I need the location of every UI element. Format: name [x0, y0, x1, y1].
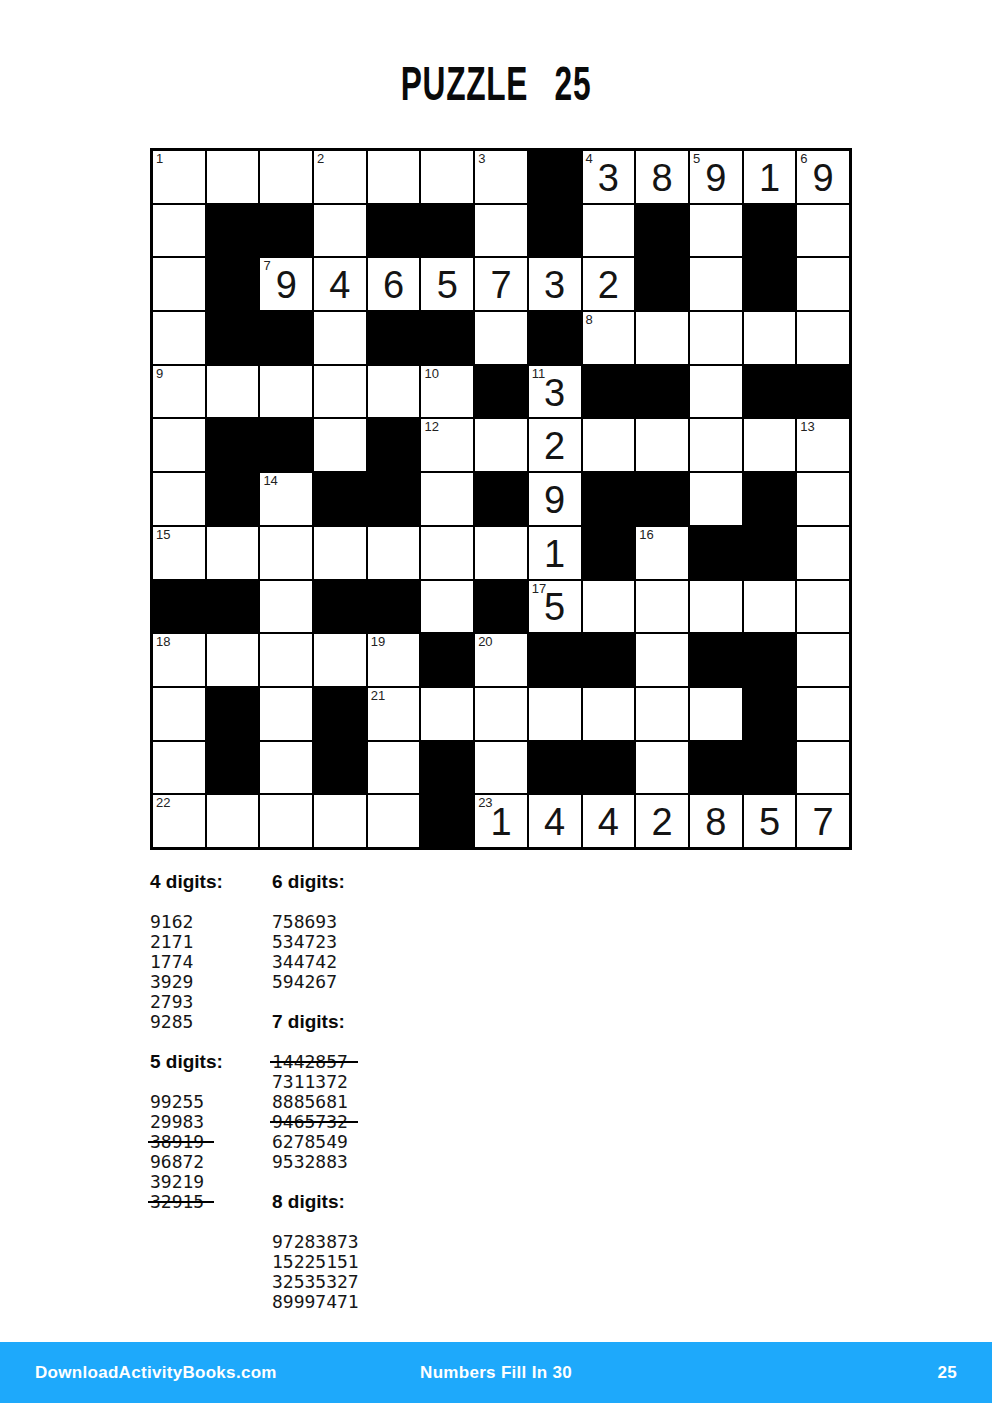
- cell-r13c12[interactable]: 5: [744, 795, 796, 847]
- cell-r9c8[interactable]: 175: [529, 581, 581, 633]
- cell-r12c6: [421, 742, 473, 794]
- clue-number: 17: [532, 582, 546, 596]
- cell-r7c3[interactable]: 14: [260, 473, 312, 525]
- clue-number: 22: [156, 796, 170, 810]
- cell-r8c10[interactable]: 16: [636, 527, 688, 579]
- cell-r11c1[interactable]: [153, 688, 205, 740]
- clue-number: 23: [478, 796, 492, 810]
- cell-r6c13[interactable]: 13: [797, 419, 849, 471]
- cell-r7c10: [636, 473, 688, 525]
- cell-r12c10[interactable]: [636, 742, 688, 794]
- cell-r10c11: [690, 634, 742, 686]
- list-number: 96872: [150, 1152, 204, 1172]
- cell-r3c10: [636, 258, 688, 310]
- cell-r10c4[interactable]: [314, 634, 366, 686]
- clue-number: 12: [424, 420, 438, 434]
- clue-number: 2: [317, 152, 324, 166]
- cell-r5c4[interactable]: [314, 366, 366, 418]
- cell-r10c8: [529, 634, 581, 686]
- list-number: 7311372: [272, 1072, 348, 1092]
- cell-r7c11[interactable]: [690, 473, 742, 525]
- cell-r1c12[interactable]: 1: [744, 151, 796, 203]
- cell-r11c7[interactable]: [475, 688, 527, 740]
- list-number-struck: 38919: [150, 1132, 204, 1152]
- list-heading: 5 digits:: [150, 1052, 265, 1072]
- cell-r3c6[interactable]: 5: [421, 258, 473, 310]
- clue-number: 10: [424, 367, 438, 381]
- digit-lists-right-column: 6 digits:7586935347233447425942677 digit…: [272, 872, 422, 1332]
- cell-r12c7[interactable]: [475, 742, 527, 794]
- cell-r4c5: [368, 312, 420, 364]
- cell-r5c11[interactable]: [690, 366, 742, 418]
- cell-r13c4[interactable]: [314, 795, 366, 847]
- cell-r13c6: [421, 795, 473, 847]
- cell-digit: 6: [368, 258, 420, 310]
- clue-number: 1: [156, 152, 163, 166]
- cell-r3c11[interactable]: [690, 258, 742, 310]
- cell-r8c8[interactable]: 1: [529, 527, 581, 579]
- cell-r10c12: [744, 634, 796, 686]
- cell-r12c11: [690, 742, 742, 794]
- cell-digit: 2: [583, 258, 635, 310]
- cell-r13c13[interactable]: 7: [797, 795, 849, 847]
- footer-bar: DownloadActivityBooks.com Numbers Fill I…: [0, 1342, 992, 1403]
- list-number-struck: 32915: [150, 1192, 204, 1212]
- clue-number: 9: [156, 367, 163, 381]
- cell-r5c2[interactable]: [207, 366, 259, 418]
- list-number: 2171: [150, 932, 193, 952]
- cell-r12c1[interactable]: [153, 742, 205, 794]
- cell-r10c5[interactable]: 19: [368, 634, 420, 686]
- cell-r1c10[interactable]: 8: [636, 151, 688, 203]
- cell-r2c2: [207, 205, 259, 257]
- cell-r11c6[interactable]: [421, 688, 473, 740]
- list-heading: 4 digits:: [150, 872, 265, 892]
- cell-r6c12[interactable]: [744, 419, 796, 471]
- cell-r5c7: [475, 366, 527, 418]
- list-number: 29983: [150, 1112, 204, 1132]
- cell-r6c6[interactable]: 12: [421, 419, 473, 471]
- cell-r4c2: [207, 312, 259, 364]
- cell-r7c2: [207, 473, 259, 525]
- clue-number: 21: [371, 689, 385, 703]
- digit-list: 5 digits:992552998338919968723921932915: [150, 1052, 265, 1212]
- list-number: 534723: [272, 932, 337, 952]
- cell-r9c11[interactable]: [690, 581, 742, 633]
- cell-digit: 1: [744, 151, 796, 203]
- cell-r8c4[interactable]: [314, 527, 366, 579]
- list-number: 89997471: [272, 1292, 359, 1312]
- cell-r6c10[interactable]: [636, 419, 688, 471]
- cell-r9c7: [475, 581, 527, 633]
- cell-r9c10[interactable]: [636, 581, 688, 633]
- cell-r6c4[interactable]: [314, 419, 366, 471]
- cell-r11c2: [207, 688, 259, 740]
- cell-r11c12: [744, 688, 796, 740]
- cell-r3c5[interactable]: 6: [368, 258, 420, 310]
- list-number: 99255: [150, 1092, 204, 1112]
- clue-number: 11: [532, 367, 546, 381]
- list-heading: 8 digits:: [272, 1192, 422, 1212]
- cell-r2c11[interactable]: [690, 205, 742, 257]
- cell-r13c2[interactable]: [207, 795, 259, 847]
- list-number: 6278549: [272, 1132, 348, 1152]
- cell-r2c4[interactable]: [314, 205, 366, 257]
- cell-r11c9[interactable]: [583, 688, 635, 740]
- cell-r3c8[interactable]: 3: [529, 258, 581, 310]
- cell-r5c1[interactable]: 9: [153, 366, 205, 418]
- cell-r7c13[interactable]: [797, 473, 849, 525]
- clue-number: 14: [263, 474, 277, 488]
- list-number: 594267: [272, 972, 337, 992]
- cell-r1c2[interactable]: [207, 151, 259, 203]
- cell-r2c9[interactable]: [583, 205, 635, 257]
- cell-r12c13[interactable]: [797, 742, 849, 794]
- cell-r13c5[interactable]: [368, 795, 420, 847]
- cell-r13c7[interactable]: 231: [475, 795, 527, 847]
- cell-r2c5: [368, 205, 420, 257]
- cell-r7c4: [314, 473, 366, 525]
- cell-r7c9: [583, 473, 635, 525]
- cell-r13c11[interactable]: 8: [690, 795, 742, 847]
- cell-r4c1[interactable]: [153, 312, 205, 364]
- cell-r3c9[interactable]: 2: [583, 258, 635, 310]
- cell-r9c9[interactable]: [583, 581, 635, 633]
- cell-r9c3[interactable]: [260, 581, 312, 633]
- cell-r1c4[interactable]: 2: [314, 151, 366, 203]
- clue-number: 6: [800, 152, 807, 166]
- cell-r5c12: [744, 366, 796, 418]
- cell-r7c7: [475, 473, 527, 525]
- cell-digit: 4: [529, 795, 581, 847]
- cell-r12c2: [207, 742, 259, 794]
- cell-r9c6[interactable]: [421, 581, 473, 633]
- cell-r7c5: [368, 473, 420, 525]
- cell-r13c1[interactable]: 22: [153, 795, 205, 847]
- cell-r5c13: [797, 366, 849, 418]
- cell-r1c5[interactable]: [368, 151, 420, 203]
- digit-lists-left-column: 4 digits:9162217117743929279392855 digit…: [150, 872, 265, 1232]
- cell-r10c2[interactable]: [207, 634, 259, 686]
- list-number: 9285: [150, 1012, 193, 1032]
- cell-r2c7[interactable]: [475, 205, 527, 257]
- cell-r3c1[interactable]: [153, 258, 205, 310]
- digit-list: 7 digits:1442857731137288856819465732627…: [272, 1012, 422, 1172]
- clue-number: 13: [800, 420, 814, 434]
- cell-r8c3[interactable]: [260, 527, 312, 579]
- cell-r4c13[interactable]: [797, 312, 849, 364]
- cell-r3c7[interactable]: 7: [475, 258, 527, 310]
- cell-r1c6[interactable]: [421, 151, 473, 203]
- cell-r9c12[interactable]: [744, 581, 796, 633]
- cell-r8c2[interactable]: [207, 527, 259, 579]
- cell-r9c4: [314, 581, 366, 633]
- clue-number: 19: [371, 635, 385, 649]
- cell-digit: 5: [744, 795, 796, 847]
- cell-digit: 4: [583, 795, 635, 847]
- clue-number: 3: [478, 152, 485, 166]
- cell-r6c1[interactable]: [153, 419, 205, 471]
- list-number: 15225151: [272, 1252, 359, 1272]
- cell-r9c5: [368, 581, 420, 633]
- list-number: 8885681: [272, 1092, 348, 1112]
- clue-number: 18: [156, 635, 170, 649]
- cell-r12c3[interactable]: [260, 742, 312, 794]
- cell-r3c3[interactable]: 79: [260, 258, 312, 310]
- cell-digit: 5: [421, 258, 473, 310]
- digit-list: 4 digits:916221711774392927939285: [150, 872, 265, 1032]
- cell-r4c7[interactable]: [475, 312, 527, 364]
- cell-r1c11[interactable]: 59: [690, 151, 742, 203]
- cell-r4c10[interactable]: [636, 312, 688, 364]
- cell-r10c1[interactable]: 18: [153, 634, 205, 686]
- cell-r1c3[interactable]: [260, 151, 312, 203]
- cell-r11c4: [314, 688, 366, 740]
- cell-r2c1[interactable]: [153, 205, 205, 257]
- list-number-struck: 9465732: [272, 1112, 348, 1132]
- cell-r4c6: [421, 312, 473, 364]
- list-number-struck: 1442857: [272, 1052, 348, 1072]
- cell-r5c9: [583, 366, 635, 418]
- cell-r1c7[interactable]: 3: [475, 151, 527, 203]
- list-number: 2793: [150, 992, 193, 1012]
- cell-r2c10: [636, 205, 688, 257]
- footer-book-title: Numbers Fill In 30: [0, 1363, 992, 1383]
- cell-digit: 7: [475, 258, 527, 310]
- cell-r12c9: [583, 742, 635, 794]
- cell-r7c12: [744, 473, 796, 525]
- cell-r2c6: [421, 205, 473, 257]
- cell-r5c6[interactable]: 10: [421, 366, 473, 418]
- cell-r6c5: [368, 419, 420, 471]
- cell-r10c7[interactable]: 20: [475, 634, 527, 686]
- cell-r5c3[interactable]: [260, 366, 312, 418]
- clue-number: 20: [478, 635, 492, 649]
- cell-r13c10[interactable]: 2: [636, 795, 688, 847]
- digit-list: 8 digits:9728387315225151325353278999747…: [272, 1192, 422, 1312]
- cell-r10c3[interactable]: [260, 634, 312, 686]
- list-number: 9162: [150, 912, 193, 932]
- cell-r12c5[interactable]: [368, 742, 420, 794]
- cell-r6c9[interactable]: [583, 419, 635, 471]
- cell-r1c9[interactable]: 43: [583, 151, 635, 203]
- cell-r6c7[interactable]: [475, 419, 527, 471]
- cell-r7c1[interactable]: [153, 473, 205, 525]
- cell-r5c5[interactable]: [368, 366, 420, 418]
- cell-r10c13[interactable]: [797, 634, 849, 686]
- cell-r13c8[interactable]: 4: [529, 795, 581, 847]
- cell-r6c8[interactable]: 2: [529, 419, 581, 471]
- cell-r9c2: [207, 581, 259, 633]
- cell-r8c13[interactable]: [797, 527, 849, 579]
- list-heading: 7 digits:: [272, 1012, 422, 1032]
- cell-r4c9[interactable]: 8: [583, 312, 635, 364]
- cell-r11c10[interactable]: [636, 688, 688, 740]
- cell-r12c12: [744, 742, 796, 794]
- page-title: PUZZLE 25: [169, 56, 824, 111]
- cell-r3c2: [207, 258, 259, 310]
- cell-r12c4: [314, 742, 366, 794]
- cell-r4c8: [529, 312, 581, 364]
- cell-r8c12: [744, 527, 796, 579]
- cell-r10c6: [421, 634, 473, 686]
- cell-r8c7[interactable]: [475, 527, 527, 579]
- cell-r6c3: [260, 419, 312, 471]
- cell-r10c10[interactable]: [636, 634, 688, 686]
- clue-number: 16: [639, 528, 653, 542]
- cell-digit: 7: [797, 795, 849, 847]
- cell-r3c13[interactable]: [797, 258, 849, 310]
- cell-r11c8[interactable]: [529, 688, 581, 740]
- cell-r8c1[interactable]: 15: [153, 527, 205, 579]
- cell-r8c5[interactable]: [368, 527, 420, 579]
- digit-list: 6 digits:758693534723344742594267: [272, 872, 422, 992]
- cell-r10c9: [583, 634, 635, 686]
- cell-digit: 2: [529, 419, 581, 471]
- footer-page-number: 25: [937, 1363, 957, 1383]
- cell-r2c12: [744, 205, 796, 257]
- cell-digit: 8: [636, 151, 688, 203]
- cell-r7c8[interactable]: 9: [529, 473, 581, 525]
- cell-r4c12[interactable]: [744, 312, 796, 364]
- cell-r13c9[interactable]: 4: [583, 795, 635, 847]
- cell-r8c11: [690, 527, 742, 579]
- cell-r6c2: [207, 419, 259, 471]
- cell-digit: 8: [690, 795, 742, 847]
- list-heading: 6 digits:: [272, 872, 422, 892]
- cell-digit: 9: [529, 473, 581, 525]
- list-number: 32535327: [272, 1272, 359, 1292]
- clue-number: 8: [586, 313, 593, 327]
- cell-r12c8: [529, 742, 581, 794]
- cell-r13c3[interactable]: [260, 795, 312, 847]
- cell-r8c6[interactable]: [421, 527, 473, 579]
- cell-digit: 2: [636, 795, 688, 847]
- cell-digit: 3: [529, 258, 581, 310]
- cell-r3c4[interactable]: 4: [314, 258, 366, 310]
- cell-r5c8[interactable]: 113: [529, 366, 581, 418]
- cell-r1c1[interactable]: 1: [153, 151, 205, 203]
- cell-r8c9: [583, 527, 635, 579]
- cell-r5c10: [636, 366, 688, 418]
- clue-number: 7: [263, 259, 270, 273]
- cell-r2c8: [529, 205, 581, 257]
- cell-r3c12: [744, 258, 796, 310]
- puzzle-grid: 1234385916979465732891011312213149151161…: [150, 148, 852, 850]
- cell-r1c8: [529, 151, 581, 203]
- cell-r9c1: [153, 581, 205, 633]
- cell-r4c3: [260, 312, 312, 364]
- cell-r11c13[interactable]: [797, 688, 849, 740]
- cell-r11c11[interactable]: [690, 688, 742, 740]
- cell-digit: 4: [314, 258, 366, 310]
- cell-r9c13[interactable]: [797, 581, 849, 633]
- cell-r4c11[interactable]: [690, 312, 742, 364]
- cell-r11c5[interactable]: 21: [368, 688, 420, 740]
- list-number: 39219: [150, 1172, 204, 1192]
- cell-r4c4[interactable]: [314, 312, 366, 364]
- clue-number: 5: [693, 152, 700, 166]
- list-number: 1774: [150, 952, 193, 972]
- clue-number: 4: [586, 152, 593, 166]
- cell-r6c11[interactable]: [690, 419, 742, 471]
- cell-r2c13[interactable]: [797, 205, 849, 257]
- cell-r2c3: [260, 205, 312, 257]
- list-number: 9532883: [272, 1152, 348, 1172]
- list-number: 344742: [272, 952, 337, 972]
- cell-digit: 1: [529, 527, 581, 579]
- list-number: 97283873: [272, 1232, 359, 1252]
- clue-number: 15: [156, 528, 170, 542]
- list-number: 3929: [150, 972, 193, 992]
- list-number: 758693: [272, 912, 337, 932]
- cell-r11c3[interactable]: [260, 688, 312, 740]
- cell-r1c13[interactable]: 69: [797, 151, 849, 203]
- cell-r7c6[interactable]: [421, 473, 473, 525]
